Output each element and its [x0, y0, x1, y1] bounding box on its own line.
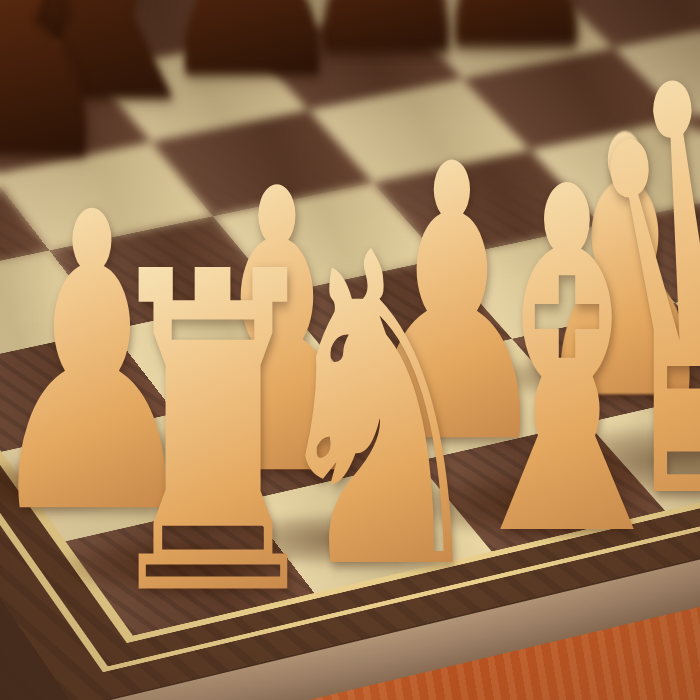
- piece-white-rook-a1: ♜: [95, 216, 332, 656]
- pieces-layer: ♟♜♟♞♟♝♟♛♟♟♝♟♟♟: [0, 0, 700, 700]
- chess-photo-scene: ♟♜♟♞♟♝♟♛♟♟♝♟♟♟: [0, 0, 700, 700]
